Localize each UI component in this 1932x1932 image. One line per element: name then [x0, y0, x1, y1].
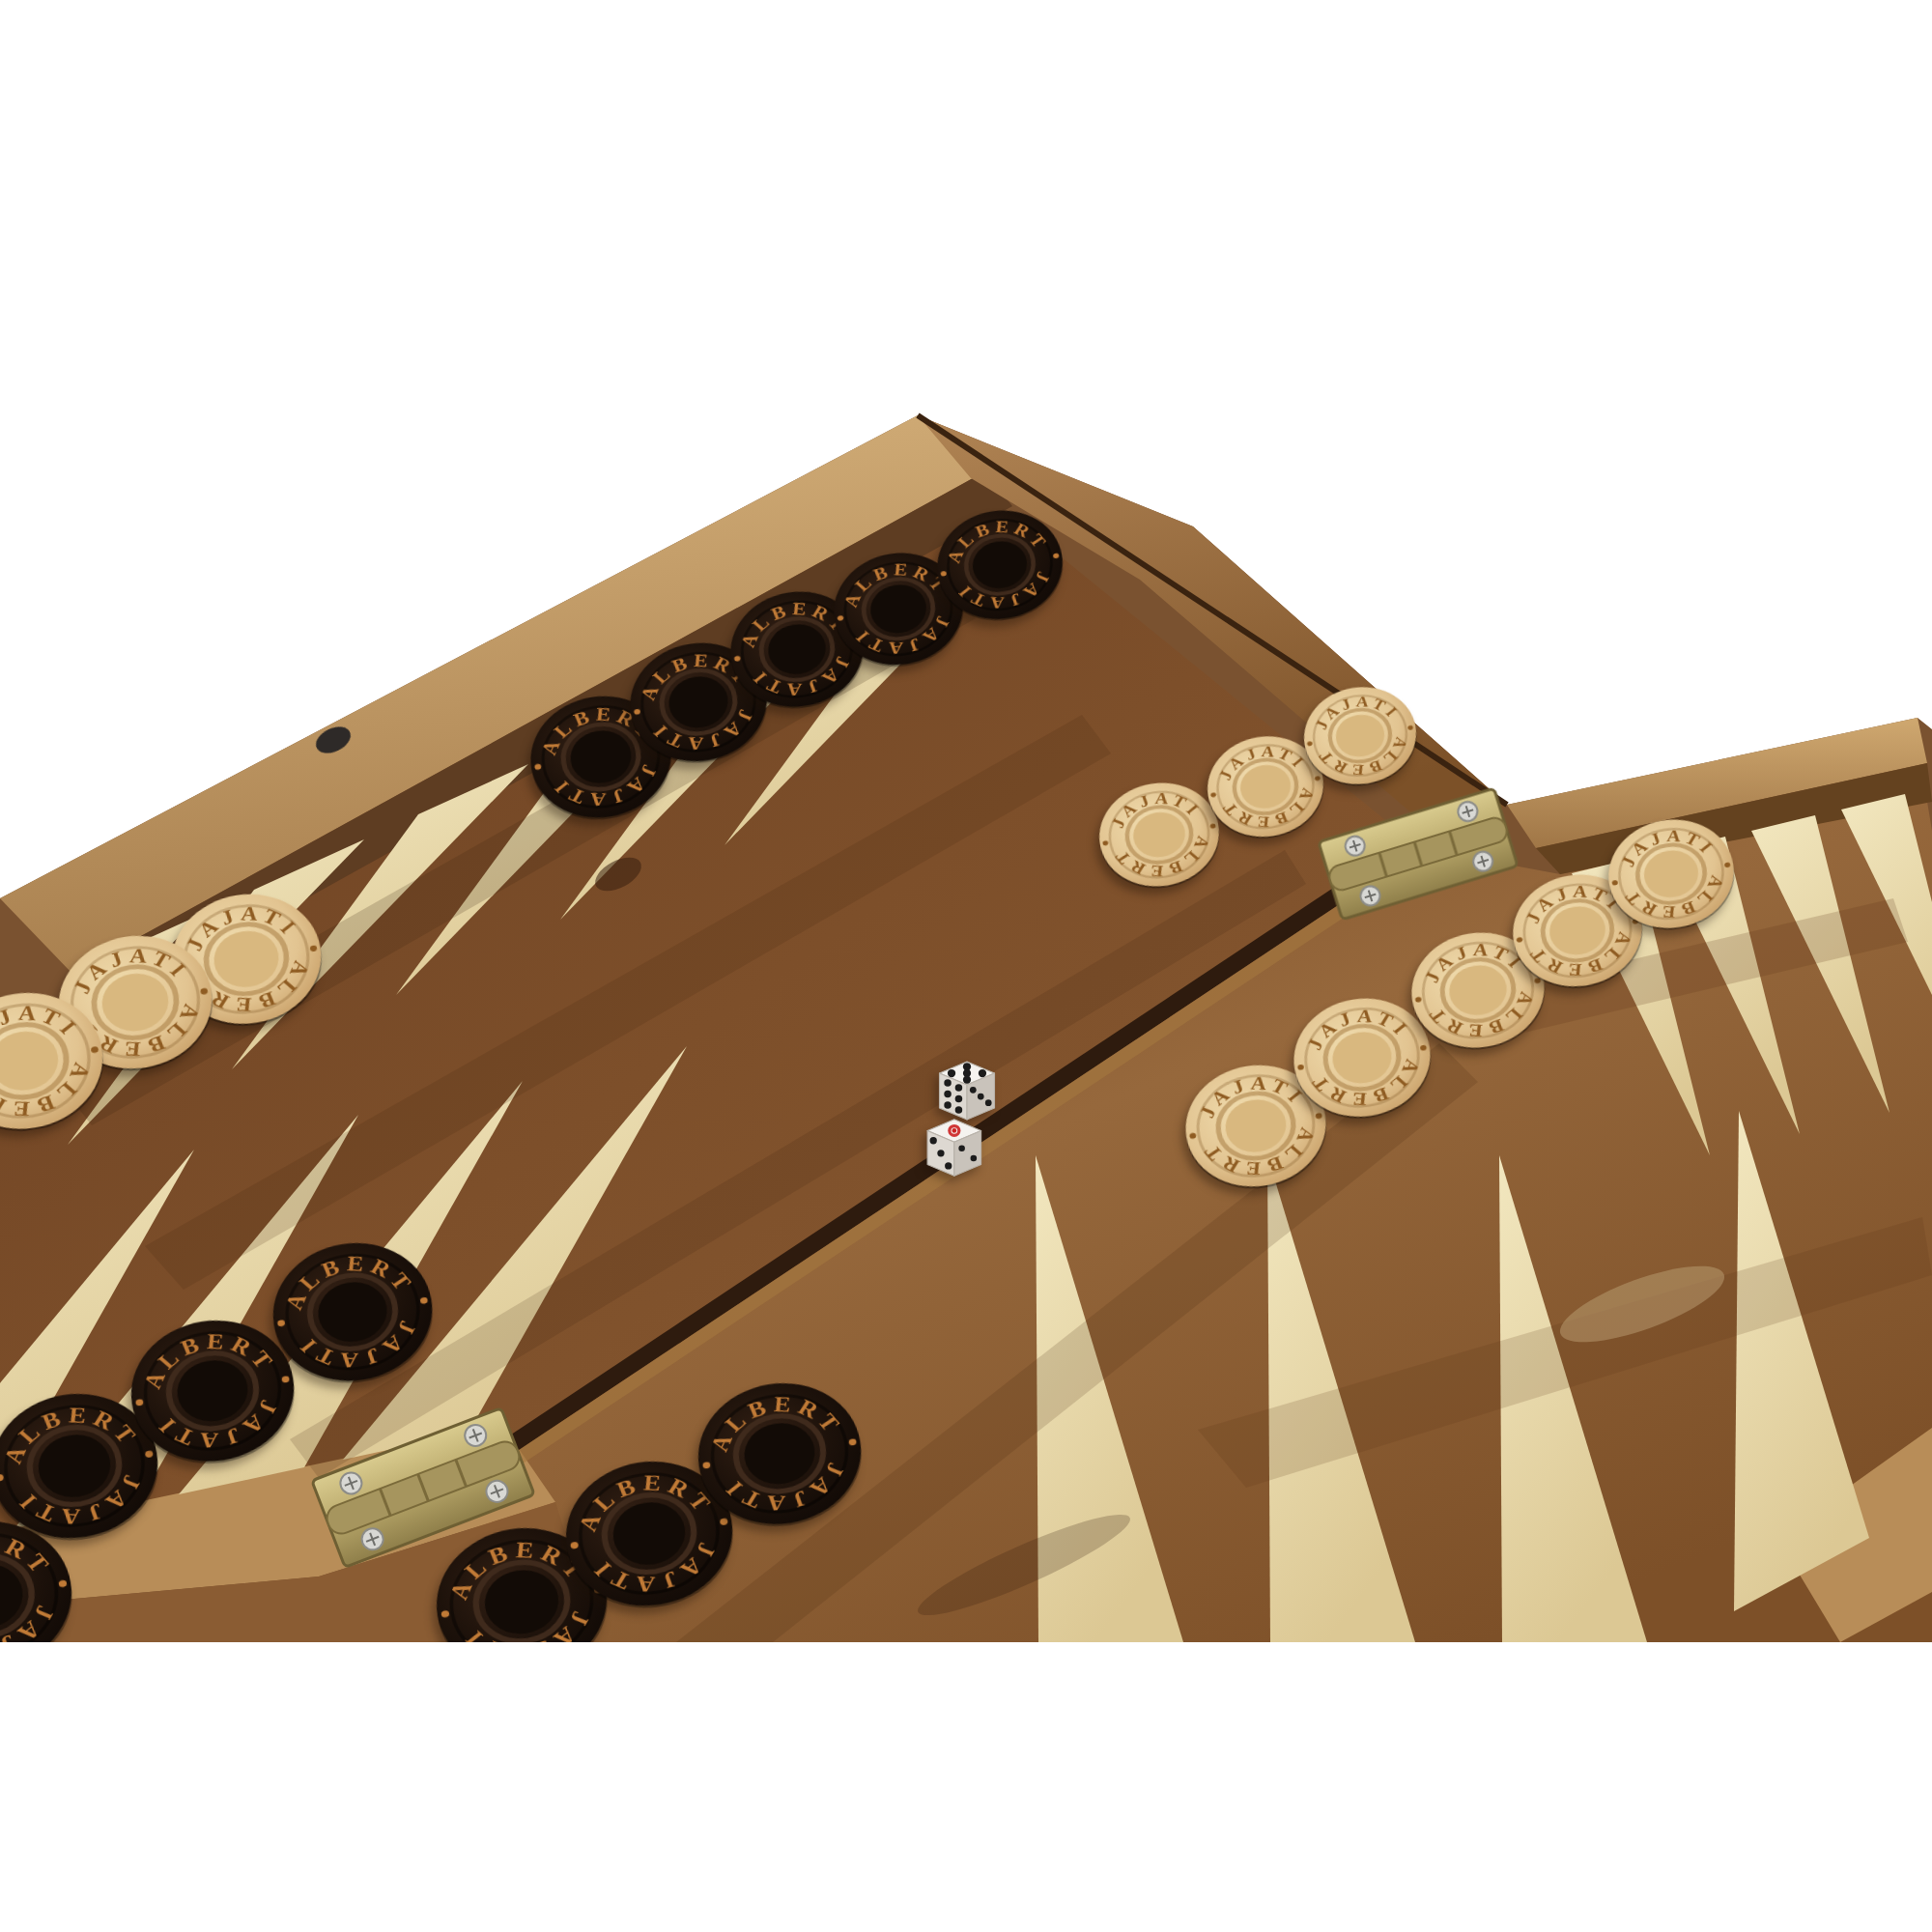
photo-crop-area: ALBERTJAJATIALBERTJAJATIALBERTJAJATIALBE… [0, 0, 1932, 1642]
light-checker[interactable]: JAJATIALBERT [1599, 810, 1744, 940]
product-photo: ALBERTJAJATIALBERTJAJATIALBERTJAJATIALBE… [0, 0, 1932, 1932]
dark-checker[interactable]: ALBERTJAJATI [927, 500, 1072, 631]
light-checker[interactable]: JAJATIALBERT [1295, 678, 1426, 795]
dark-checker[interactable]: ALBERTJAJATI [685, 1369, 873, 1538]
die-2[interactable] [912, 1111, 985, 1184]
dark-checker[interactable]: ALBERTJAJATI [261, 1229, 445, 1394]
piece-layer: ALBERTJAJATIALBERTJAJATIALBERTJAJATIALBE… [0, 0, 1932, 1642]
